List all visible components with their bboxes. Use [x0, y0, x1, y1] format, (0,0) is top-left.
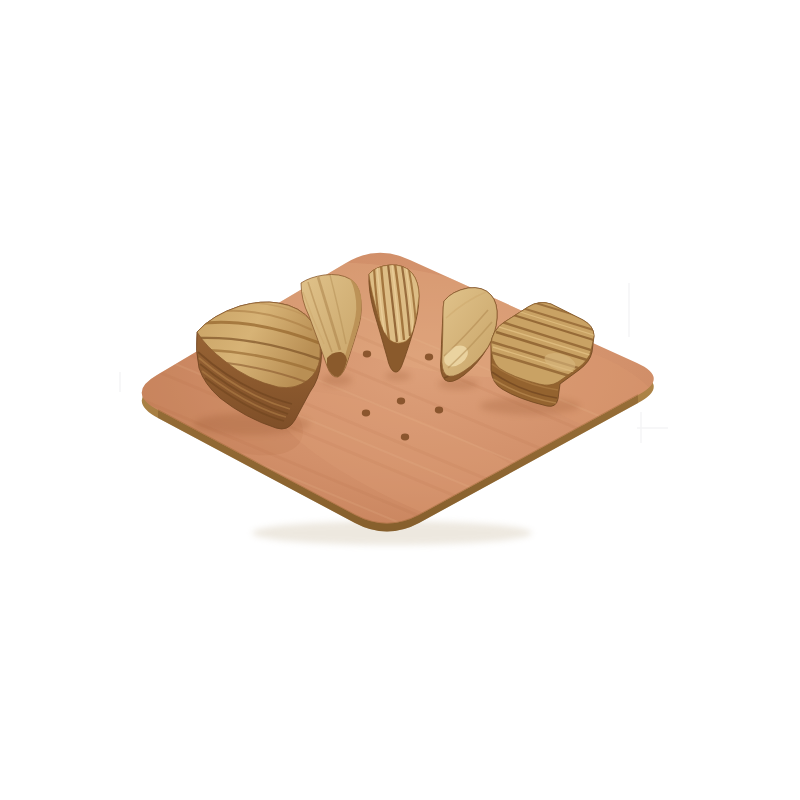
hole-3[interactable]: [397, 398, 405, 405]
product-photo-canvas: [0, 0, 800, 800]
hole-4[interactable]: [435, 407, 443, 414]
piece-3-shadow: [385, 371, 411, 381]
hole-1[interactable]: [363, 351, 371, 358]
piece-4-shadow: [438, 378, 478, 390]
hole-2[interactable]: [425, 354, 433, 361]
hole-5[interactable]: [362, 410, 370, 417]
board-photo: [0, 0, 800, 800]
hole-6[interactable]: [401, 434, 409, 441]
